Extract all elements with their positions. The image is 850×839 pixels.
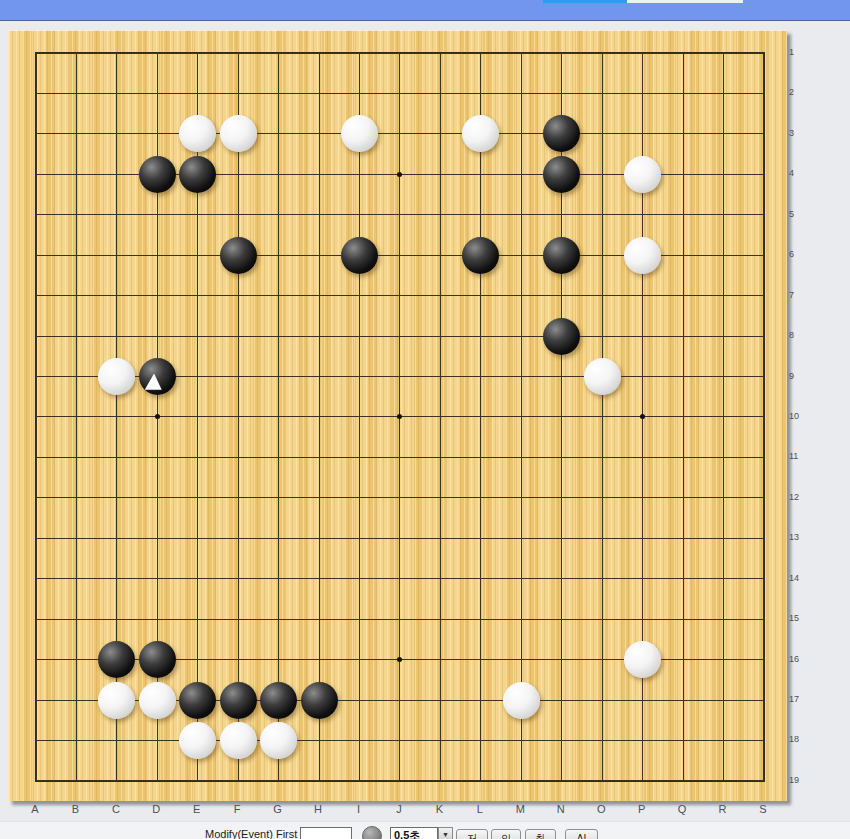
stone-white-F18[interactable] xyxy=(220,722,257,759)
ai-button[interactable]: AI xyxy=(565,829,598,839)
col-label-I: I xyxy=(357,803,360,815)
row-label-13: 13 xyxy=(789,532,799,542)
col-label-H: H xyxy=(314,803,322,815)
row-label-7: 7 xyxy=(789,290,794,300)
stone-black-G17[interactable] xyxy=(260,682,297,719)
col-label-D: D xyxy=(152,803,160,815)
row-label-3: 3 xyxy=(789,128,794,138)
col-label-O: O xyxy=(597,803,606,815)
row-label-8: 8 xyxy=(789,330,794,340)
stone-black-L6[interactable] xyxy=(462,237,499,274)
stone-black-I6[interactable] xyxy=(341,237,378,274)
replay-controls: Modify(Event) First Mv 0.5초 ▼ 저장 인쇄 취소 A… xyxy=(0,821,850,839)
col-label-B: B xyxy=(72,803,79,815)
col-label-S: S xyxy=(759,803,766,815)
col-label-G: G xyxy=(273,803,282,815)
stone-black-F17[interactable] xyxy=(220,682,257,719)
row-label-15: 15 xyxy=(789,613,799,623)
speed-select[interactable]: 0.5초 xyxy=(390,827,438,839)
stone-white-D17[interactable] xyxy=(139,682,176,719)
col-label-P: P xyxy=(638,803,645,815)
stone-black-F6[interactable] xyxy=(220,237,257,274)
row-label-5: 5 xyxy=(789,209,794,219)
stone-black-D4[interactable] xyxy=(139,156,176,193)
stone-white-O9[interactable] xyxy=(584,358,621,395)
col-label-L: L xyxy=(477,803,483,815)
col-label-R: R xyxy=(718,803,726,815)
stone-white-P6[interactable] xyxy=(624,237,661,274)
col-label-C: C xyxy=(112,803,120,815)
stone-black-D16[interactable] xyxy=(139,641,176,678)
stone-white-P4[interactable] xyxy=(624,156,661,193)
col-label-J: J xyxy=(396,803,402,815)
row-label-18: 18 xyxy=(789,734,799,744)
row-label-19: 19 xyxy=(789,775,799,785)
row-label-4: 4 xyxy=(789,168,794,178)
stone-white-C17[interactable] xyxy=(98,682,135,719)
col-label-N: N xyxy=(557,803,565,815)
stone-black-N8[interactable] xyxy=(543,318,580,355)
row-label-14: 14 xyxy=(789,573,799,583)
col-label-E: E xyxy=(193,803,200,815)
stone-black-N4[interactable] xyxy=(543,156,580,193)
baduk-app-window: { "game": "go", "app": { "top_bar_color"… xyxy=(0,0,850,839)
cancel-button[interactable]: 취소 xyxy=(525,829,556,839)
row-label-12: 12 xyxy=(789,492,799,502)
col-label-K: K xyxy=(436,803,443,815)
move-input[interactable] xyxy=(300,827,352,839)
col-label-F: F xyxy=(234,803,241,815)
move-label: Modify(Event) First Mv xyxy=(205,828,315,839)
stone-white-E18[interactable] xyxy=(179,722,216,759)
stone-white-G18[interactable] xyxy=(260,722,297,759)
row-label-2: 2 xyxy=(789,87,794,97)
print-button[interactable]: 인쇄 xyxy=(491,829,521,839)
stone-white-P16[interactable] xyxy=(624,641,661,678)
row-label-11: 11 xyxy=(789,451,798,461)
stone-white-F3[interactable] xyxy=(220,115,257,152)
go-board[interactable] xyxy=(8,30,787,801)
stone-black-E17[interactable] xyxy=(179,682,216,719)
row-label-17: 17 xyxy=(789,694,799,704)
col-label-M: M xyxy=(516,803,525,815)
col-label-Q: Q xyxy=(678,803,687,815)
stone-white-M17[interactable] xyxy=(503,682,540,719)
stone-black-N6[interactable] xyxy=(543,237,580,274)
col-label-A: A xyxy=(31,803,38,815)
chevron-down-icon[interactable]: ▼ xyxy=(438,827,453,839)
row-label-6: 6 xyxy=(789,249,794,259)
last-move-marker xyxy=(145,374,162,390)
row-label-10: 10 xyxy=(789,411,799,421)
active-tab-strip[interactable] xyxy=(543,0,627,3)
inactive-tab-strip[interactable] xyxy=(627,0,743,3)
stone-black-D9[interactable] xyxy=(139,358,176,395)
row-label-9: 9 xyxy=(789,371,794,381)
row-label-1: 1 xyxy=(789,47,794,57)
save-button[interactable]: 저장 xyxy=(456,829,488,839)
stone-black-H17[interactable] xyxy=(301,682,338,719)
browser-title-bar xyxy=(0,0,850,21)
go-circle-button[interactable] xyxy=(362,826,382,839)
stone-black-E4[interactable] xyxy=(179,156,216,193)
row-label-16: 16 xyxy=(789,654,799,664)
